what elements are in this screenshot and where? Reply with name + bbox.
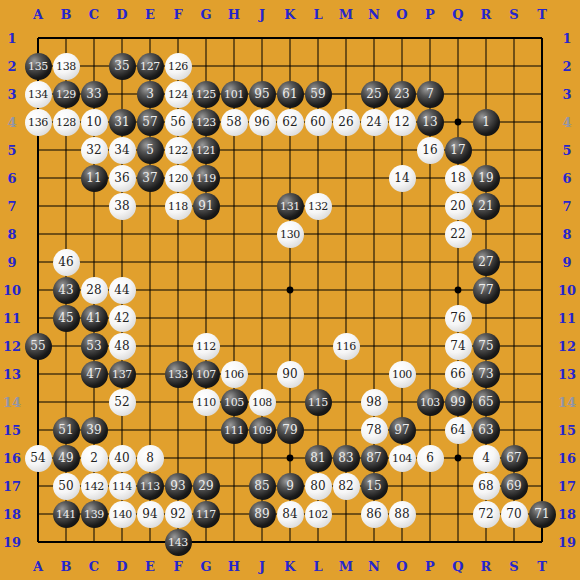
move-number: 113 bbox=[140, 481, 160, 492]
white-stone-58: 58 bbox=[221, 109, 248, 136]
white-stone-106: 106 bbox=[221, 361, 248, 388]
col-label-bottom-C: C bbox=[89, 559, 99, 574]
move-number: 4 bbox=[482, 452, 490, 464]
white-stone-44: 44 bbox=[109, 277, 136, 304]
move-number: 90 bbox=[282, 368, 297, 380]
move-number: 107 bbox=[196, 369, 216, 380]
white-stone-68: 68 bbox=[473, 473, 500, 500]
black-stone-63: 63 bbox=[473, 417, 500, 444]
white-stone-24: 24 bbox=[361, 109, 388, 136]
move-number: 88 bbox=[394, 508, 409, 520]
move-number: 105 bbox=[224, 397, 244, 408]
move-number: 65 bbox=[478, 396, 493, 408]
black-stone-87: 87 bbox=[361, 445, 388, 472]
star-point bbox=[455, 119, 462, 126]
move-number: 31 bbox=[114, 116, 129, 128]
col-label-bottom-K: K bbox=[284, 559, 295, 574]
white-stone-86: 86 bbox=[361, 501, 388, 528]
move-number: 81 bbox=[310, 452, 325, 464]
white-stone-42: 42 bbox=[109, 305, 136, 332]
move-number: 59 bbox=[310, 88, 325, 100]
white-stone-132: 132 bbox=[305, 193, 332, 220]
move-number: 143 bbox=[168, 537, 188, 548]
white-stone-64: 64 bbox=[445, 417, 472, 444]
move-number: 1 bbox=[482, 116, 490, 128]
move-number: 53 bbox=[86, 340, 101, 352]
white-stone-102: 102 bbox=[305, 501, 332, 528]
white-stone-84: 84 bbox=[277, 501, 304, 528]
move-number: 111 bbox=[224, 425, 244, 436]
row-label-left-14: 14 bbox=[3, 395, 21, 410]
white-stone-2: 2 bbox=[81, 445, 108, 472]
row-label-right-14: 14 bbox=[558, 395, 576, 410]
black-stone-141: 141 bbox=[53, 501, 80, 528]
white-stone-10: 10 bbox=[81, 109, 108, 136]
col-label-bottom-G: G bbox=[200, 559, 211, 574]
white-stone-34: 34 bbox=[109, 137, 136, 164]
col-label-top-P: P bbox=[425, 7, 435, 22]
move-number: 6 bbox=[426, 452, 434, 464]
move-number: 52 bbox=[114, 396, 129, 408]
move-number: 17 bbox=[450, 144, 465, 156]
row-label-left-19: 19 bbox=[3, 535, 21, 550]
move-number: 116 bbox=[336, 341, 356, 352]
col-label-top-H: H bbox=[228, 7, 240, 22]
black-stone-91: 91 bbox=[193, 193, 220, 220]
black-stone-97: 97 bbox=[389, 417, 416, 444]
col-label-top-Q: Q bbox=[452, 7, 463, 22]
black-stone-129: 129 bbox=[53, 81, 80, 108]
move-number: 79 bbox=[282, 424, 297, 436]
move-number: 41 bbox=[86, 312, 101, 324]
move-number: 45 bbox=[58, 312, 73, 324]
move-number: 29 bbox=[198, 480, 213, 492]
move-number: 117 bbox=[196, 509, 216, 520]
move-number: 7 bbox=[426, 88, 434, 100]
move-number: 60 bbox=[310, 116, 325, 128]
black-stone-37: 37 bbox=[137, 165, 164, 192]
move-number: 101 bbox=[224, 89, 244, 100]
black-stone-65: 65 bbox=[473, 389, 500, 416]
white-stone-88: 88 bbox=[389, 501, 416, 528]
move-number: 67 bbox=[506, 452, 521, 464]
row-label-right-17: 17 bbox=[558, 479, 576, 494]
move-number: 83 bbox=[338, 452, 353, 464]
move-number: 25 bbox=[366, 88, 381, 100]
white-stone-140: 140 bbox=[109, 501, 136, 528]
row-label-left-3: 3 bbox=[7, 87, 16, 102]
black-stone-73: 73 bbox=[473, 361, 500, 388]
black-stone-81: 81 bbox=[305, 445, 332, 472]
move-number: 95 bbox=[254, 88, 269, 100]
col-label-bottom-Q: Q bbox=[452, 559, 463, 574]
move-number: 20 bbox=[450, 200, 465, 212]
row-label-left-1: 1 bbox=[7, 31, 16, 46]
move-number: 134 bbox=[28, 89, 48, 100]
white-stone-126: 126 bbox=[165, 53, 192, 80]
black-stone-109: 109 bbox=[249, 417, 276, 444]
move-number: 5 bbox=[146, 144, 154, 156]
col-label-bottom-J: J bbox=[259, 559, 265, 574]
move-number: 70 bbox=[506, 508, 521, 520]
black-stone-133: 133 bbox=[165, 361, 192, 388]
white-stone-22: 22 bbox=[445, 221, 472, 248]
row-label-left-11: 11 bbox=[3, 311, 21, 326]
row-label-right-10: 10 bbox=[558, 283, 576, 298]
white-stone-130: 130 bbox=[277, 221, 304, 248]
move-number: 11 bbox=[86, 172, 101, 184]
black-stone-127: 127 bbox=[137, 53, 164, 80]
move-number: 139 bbox=[84, 509, 104, 520]
white-stone-116: 116 bbox=[333, 333, 360, 360]
black-stone-13: 13 bbox=[417, 109, 444, 136]
white-stone-100: 100 bbox=[389, 361, 416, 388]
white-stone-136: 136 bbox=[25, 109, 52, 136]
black-stone-27: 27 bbox=[473, 249, 500, 276]
move-number: 87 bbox=[366, 452, 381, 464]
col-label-bottom-B: B bbox=[61, 559, 72, 574]
move-number: 68 bbox=[478, 480, 493, 492]
star-point bbox=[287, 455, 294, 462]
move-number: 22 bbox=[450, 228, 465, 240]
move-number: 76 bbox=[450, 312, 465, 324]
white-stone-124: 124 bbox=[165, 81, 192, 108]
move-number: 119 bbox=[196, 173, 216, 184]
move-number: 69 bbox=[506, 480, 521, 492]
white-stone-38: 38 bbox=[109, 193, 136, 220]
row-label-right-4: 4 bbox=[562, 115, 571, 130]
black-stone-113: 113 bbox=[137, 473, 164, 500]
black-stone-49: 49 bbox=[53, 445, 80, 472]
move-number: 132 bbox=[308, 201, 328, 212]
black-stone-23: 23 bbox=[389, 81, 416, 108]
col-label-bottom-M: M bbox=[339, 559, 353, 574]
move-number: 114 bbox=[112, 481, 132, 492]
move-number: 64 bbox=[450, 424, 465, 436]
black-stone-105: 105 bbox=[221, 389, 248, 416]
white-stone-28: 28 bbox=[81, 277, 108, 304]
col-label-top-G: G bbox=[200, 7, 211, 22]
move-number: 51 bbox=[58, 424, 73, 436]
white-stone-52: 52 bbox=[109, 389, 136, 416]
col-label-top-T: T bbox=[537, 7, 547, 22]
white-stone-80: 80 bbox=[305, 473, 332, 500]
move-number: 93 bbox=[170, 480, 185, 492]
black-stone-59: 59 bbox=[305, 81, 332, 108]
col-label-bottom-H: H bbox=[228, 559, 240, 574]
black-stone-125: 125 bbox=[193, 81, 220, 108]
black-stone-117: 117 bbox=[193, 501, 220, 528]
row-label-left-17: 17 bbox=[3, 479, 21, 494]
col-label-bottom-E: E bbox=[145, 559, 155, 574]
col-label-bottom-N: N bbox=[368, 559, 380, 574]
white-stone-110: 110 bbox=[193, 389, 220, 416]
black-stone-99: 99 bbox=[445, 389, 472, 416]
white-stone-118: 118 bbox=[165, 193, 192, 220]
col-label-top-J: J bbox=[259, 7, 265, 22]
move-number: 123 bbox=[196, 117, 216, 128]
black-stone-45: 45 bbox=[53, 305, 80, 332]
move-number: 10 bbox=[86, 116, 101, 128]
row-label-right-3: 3 bbox=[562, 87, 571, 102]
black-stone-21: 21 bbox=[473, 193, 500, 220]
black-stone-101: 101 bbox=[221, 81, 248, 108]
black-stone-131: 131 bbox=[277, 193, 304, 220]
black-stone-61: 61 bbox=[277, 81, 304, 108]
move-number: 49 bbox=[58, 452, 73, 464]
move-number: 24 bbox=[366, 116, 381, 128]
white-stone-142: 142 bbox=[81, 473, 108, 500]
move-number: 109 bbox=[252, 425, 272, 436]
col-label-top-M: M bbox=[339, 7, 353, 22]
white-stone-50: 50 bbox=[53, 473, 80, 500]
move-number: 129 bbox=[56, 89, 76, 100]
white-stone-36: 36 bbox=[109, 165, 136, 192]
move-number: 44 bbox=[114, 284, 129, 296]
col-label-top-B: B bbox=[61, 7, 72, 22]
col-label-bottom-D: D bbox=[116, 559, 127, 574]
move-number: 140 bbox=[112, 509, 132, 520]
black-stone-107: 107 bbox=[193, 361, 220, 388]
move-number: 71 bbox=[534, 508, 549, 520]
col-label-bottom-T: T bbox=[537, 559, 547, 574]
row-label-left-4: 4 bbox=[7, 115, 16, 130]
move-number: 35 bbox=[114, 60, 129, 72]
white-stone-6: 6 bbox=[417, 445, 444, 472]
black-stone-137: 137 bbox=[109, 361, 136, 388]
move-number: 56 bbox=[170, 116, 185, 128]
move-number: 34 bbox=[114, 144, 129, 156]
black-stone-53: 53 bbox=[81, 333, 108, 360]
move-number: 13 bbox=[422, 116, 437, 128]
white-stone-72: 72 bbox=[473, 501, 500, 528]
white-stone-66: 66 bbox=[445, 361, 472, 388]
black-stone-75: 75 bbox=[473, 333, 500, 360]
black-stone-19: 19 bbox=[473, 165, 500, 192]
col-label-bottom-O: O bbox=[396, 559, 407, 574]
move-number: 112 bbox=[196, 341, 216, 352]
white-stone-94: 94 bbox=[137, 501, 164, 528]
move-number: 32 bbox=[86, 144, 101, 156]
black-stone-139: 139 bbox=[81, 501, 108, 528]
col-label-bottom-A: A bbox=[33, 559, 43, 574]
move-number: 3 bbox=[146, 88, 154, 100]
move-number: 82 bbox=[338, 480, 353, 492]
row-label-left-10: 10 bbox=[3, 283, 21, 298]
white-stone-18: 18 bbox=[445, 165, 472, 192]
black-stone-41: 41 bbox=[81, 305, 108, 332]
white-stone-8: 8 bbox=[137, 445, 164, 472]
move-number: 138 bbox=[56, 61, 76, 72]
white-stone-16: 16 bbox=[417, 137, 444, 164]
move-number: 136 bbox=[28, 117, 48, 128]
white-stone-128: 128 bbox=[53, 109, 80, 136]
white-stone-4: 4 bbox=[473, 445, 500, 472]
col-label-bottom-P: P bbox=[425, 559, 435, 574]
black-stone-79: 79 bbox=[277, 417, 304, 444]
white-stone-90: 90 bbox=[277, 361, 304, 388]
move-number: 62 bbox=[282, 116, 297, 128]
col-label-top-D: D bbox=[116, 7, 127, 22]
row-label-left-8: 8 bbox=[7, 227, 16, 242]
row-label-right-6: 6 bbox=[562, 171, 571, 186]
row-label-left-12: 12 bbox=[3, 339, 21, 354]
move-number: 118 bbox=[168, 201, 188, 212]
row-label-right-8: 8 bbox=[562, 227, 571, 242]
move-number: 108 bbox=[252, 397, 272, 408]
star-point bbox=[455, 455, 462, 462]
move-number: 121 bbox=[196, 145, 216, 156]
white-stone-20: 20 bbox=[445, 193, 472, 220]
col-label-bottom-L: L bbox=[313, 559, 322, 574]
col-label-bottom-R: R bbox=[481, 559, 492, 574]
move-number: 63 bbox=[478, 424, 493, 436]
go-board-diagram: AABBCCDDEEFFGGHHJJKKLLMMNNOOPPQQRRSSTT11… bbox=[0, 0, 580, 580]
move-number: 141 bbox=[56, 509, 76, 520]
row-label-left-5: 5 bbox=[7, 143, 16, 158]
move-number: 26 bbox=[338, 116, 353, 128]
move-number: 128 bbox=[56, 117, 76, 128]
black-stone-43: 43 bbox=[53, 277, 80, 304]
move-number: 133 bbox=[168, 369, 188, 380]
move-number: 110 bbox=[196, 397, 216, 408]
black-stone-55: 55 bbox=[25, 333, 52, 360]
row-label-left-13: 13 bbox=[3, 367, 21, 382]
move-number: 8 bbox=[146, 452, 154, 464]
star-point bbox=[455, 287, 462, 294]
black-stone-35: 35 bbox=[109, 53, 136, 80]
move-number: 9 bbox=[286, 480, 294, 492]
black-stone-51: 51 bbox=[53, 417, 80, 444]
move-number: 54 bbox=[30, 452, 45, 464]
move-number: 37 bbox=[142, 172, 157, 184]
white-stone-70: 70 bbox=[501, 501, 528, 528]
white-stone-104: 104 bbox=[389, 445, 416, 472]
move-number: 74 bbox=[450, 340, 465, 352]
row-label-left-6: 6 bbox=[7, 171, 16, 186]
move-number: 89 bbox=[254, 508, 269, 520]
white-stone-48: 48 bbox=[109, 333, 136, 360]
row-label-left-18: 18 bbox=[3, 507, 21, 522]
row-label-right-9: 9 bbox=[562, 255, 571, 270]
move-number: 38 bbox=[114, 200, 129, 212]
col-label-top-K: K bbox=[284, 7, 295, 22]
move-number: 122 bbox=[168, 145, 188, 156]
black-stone-1: 1 bbox=[473, 109, 500, 136]
move-number: 14 bbox=[394, 172, 409, 184]
move-number: 103 bbox=[420, 397, 440, 408]
move-number: 55 bbox=[30, 340, 45, 352]
move-number: 23 bbox=[394, 88, 409, 100]
white-stone-54: 54 bbox=[25, 445, 52, 472]
white-stone-120: 120 bbox=[165, 165, 192, 192]
move-number: 66 bbox=[450, 368, 465, 380]
col-label-top-N: N bbox=[368, 7, 380, 22]
col-label-top-C: C bbox=[89, 7, 99, 22]
move-number: 102 bbox=[308, 509, 328, 520]
move-number: 100 bbox=[392, 369, 412, 380]
move-number: 130 bbox=[280, 229, 300, 240]
black-stone-119: 119 bbox=[193, 165, 220, 192]
col-label-top-L: L bbox=[313, 7, 322, 22]
move-number: 94 bbox=[142, 508, 157, 520]
black-stone-33: 33 bbox=[81, 81, 108, 108]
white-stone-32: 32 bbox=[81, 137, 108, 164]
black-stone-111: 111 bbox=[221, 417, 248, 444]
row-label-left-16: 16 bbox=[3, 451, 21, 466]
move-number: 80 bbox=[310, 480, 325, 492]
white-stone-26: 26 bbox=[333, 109, 360, 136]
move-number: 58 bbox=[226, 116, 241, 128]
col-label-top-E: E bbox=[145, 7, 155, 22]
black-stone-121: 121 bbox=[193, 137, 220, 164]
move-number: 28 bbox=[86, 284, 101, 296]
black-stone-95: 95 bbox=[249, 81, 276, 108]
white-stone-98: 98 bbox=[361, 389, 388, 416]
white-stone-138: 138 bbox=[53, 53, 80, 80]
move-number: 16 bbox=[422, 144, 437, 156]
move-number: 19 bbox=[478, 172, 493, 184]
move-number: 47 bbox=[86, 368, 101, 380]
row-label-right-2: 2 bbox=[562, 59, 571, 74]
black-stone-77: 77 bbox=[473, 277, 500, 304]
black-stone-39: 39 bbox=[81, 417, 108, 444]
move-number: 21 bbox=[478, 200, 493, 212]
black-stone-25: 25 bbox=[361, 81, 388, 108]
black-stone-85: 85 bbox=[249, 473, 276, 500]
row-label-right-19: 19 bbox=[558, 535, 576, 550]
move-number: 126 bbox=[168, 61, 188, 72]
white-stone-74: 74 bbox=[445, 333, 472, 360]
white-stone-62: 62 bbox=[277, 109, 304, 136]
move-number: 97 bbox=[394, 424, 409, 436]
move-number: 98 bbox=[366, 396, 381, 408]
white-stone-40: 40 bbox=[109, 445, 136, 472]
row-label-left-9: 9 bbox=[7, 255, 16, 270]
move-number: 104 bbox=[392, 453, 412, 464]
move-number: 43 bbox=[58, 284, 73, 296]
move-number: 135 bbox=[28, 61, 48, 72]
row-label-right-18: 18 bbox=[558, 507, 576, 522]
row-label-right-1: 1 bbox=[562, 31, 571, 46]
move-number: 48 bbox=[114, 340, 129, 352]
white-stone-92: 92 bbox=[165, 501, 192, 528]
black-stone-143: 143 bbox=[165, 529, 192, 556]
move-number: 2 bbox=[90, 452, 98, 464]
white-stone-96: 96 bbox=[249, 109, 276, 136]
move-number: 42 bbox=[114, 312, 129, 324]
white-stone-108: 108 bbox=[249, 389, 276, 416]
row-label-right-5: 5 bbox=[562, 143, 571, 158]
move-number: 91 bbox=[198, 200, 213, 212]
move-number: 137 bbox=[112, 369, 132, 380]
black-stone-67: 67 bbox=[501, 445, 528, 472]
col-label-top-A: A bbox=[33, 7, 43, 22]
move-number: 131 bbox=[280, 201, 300, 212]
black-stone-89: 89 bbox=[249, 501, 276, 528]
black-stone-71: 71 bbox=[529, 501, 556, 528]
row-label-right-12: 12 bbox=[558, 339, 576, 354]
white-stone-112: 112 bbox=[193, 333, 220, 360]
move-number: 106 bbox=[224, 369, 244, 380]
move-number: 73 bbox=[478, 368, 493, 380]
black-stone-15: 15 bbox=[361, 473, 388, 500]
black-stone-115: 115 bbox=[305, 389, 332, 416]
col-label-top-F: F bbox=[173, 7, 182, 22]
move-number: 85 bbox=[254, 480, 269, 492]
white-stone-56: 56 bbox=[165, 109, 192, 136]
black-stone-69: 69 bbox=[501, 473, 528, 500]
